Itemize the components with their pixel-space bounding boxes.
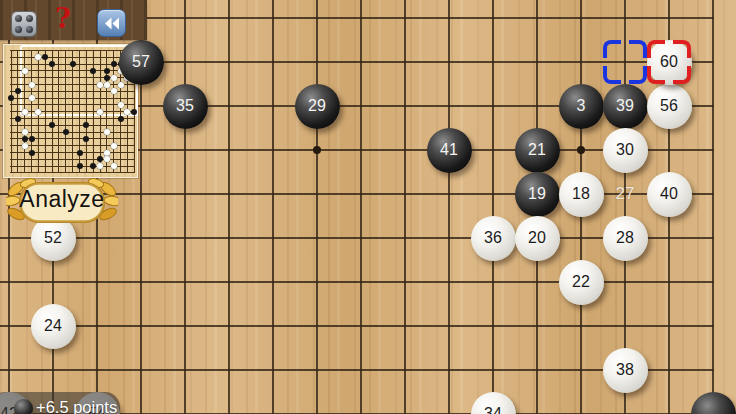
minimap-stone-white bbox=[22, 109, 28, 115]
minimap-stone-black bbox=[104, 68, 110, 74]
stone-black-unnumbered bbox=[691, 392, 736, 414]
minimap-stone-black bbox=[104, 75, 110, 81]
minimap-stone-black bbox=[63, 129, 69, 135]
app-grid-button[interactable] bbox=[11, 11, 37, 37]
minimap-grid-line bbox=[10, 125, 134, 126]
toolbar: ? bbox=[0, 0, 147, 40]
stone-black-3: 3 bbox=[559, 84, 604, 129]
minimap-stone-black bbox=[29, 136, 35, 142]
star-point bbox=[313, 146, 321, 154]
stone-black-41: 41 bbox=[427, 128, 472, 173]
analyze-label: Analyze bbox=[6, 186, 118, 213]
minimap-stone-white bbox=[29, 95, 35, 101]
minimap-stone-white bbox=[111, 163, 117, 169]
stone-black-39: 39 bbox=[603, 84, 648, 129]
grid-line-horizontal bbox=[0, 325, 714, 327]
stone-white-40: 40 bbox=[647, 172, 692, 217]
hint-bracket bbox=[603, 40, 647, 84]
minimap-stone-white bbox=[104, 156, 110, 162]
rewind-icon bbox=[102, 16, 121, 31]
analyze-button[interactable]: Analyze bbox=[6, 176, 118, 228]
minimap-stone-white bbox=[104, 150, 110, 156]
star-point bbox=[577, 146, 585, 154]
minimap-stone-black bbox=[77, 150, 83, 156]
minimap-grid-line bbox=[10, 172, 134, 173]
stone-white-30: 30 bbox=[603, 128, 648, 173]
minimap-stone-black bbox=[22, 136, 28, 142]
stone-white-36: 36 bbox=[471, 216, 516, 261]
minimap-stone-white bbox=[22, 129, 28, 135]
minimap-grid-line bbox=[113, 50, 114, 173]
score-badge: +6.5 points bbox=[0, 392, 120, 414]
minimap-stone-white bbox=[97, 82, 103, 88]
minimap-grid-line bbox=[10, 111, 134, 112]
minimap-stone-black bbox=[111, 61, 117, 67]
minimap-stone-black bbox=[70, 61, 76, 67]
last-move-bracket bbox=[647, 40, 691, 84]
stone-white-18: 18 bbox=[559, 172, 604, 217]
minimap-stone-white bbox=[97, 109, 103, 115]
minimap-stone-black bbox=[90, 163, 96, 169]
minimap-grid-line bbox=[10, 118, 134, 119]
minimap-stone-white bbox=[22, 68, 28, 74]
minimap-grid-line bbox=[10, 159, 134, 160]
rewind-button[interactable] bbox=[97, 9, 126, 37]
black-stone-icon bbox=[14, 399, 33, 414]
stone-white-24: 24 bbox=[31, 304, 76, 349]
minimap-stone-white bbox=[118, 82, 124, 88]
minimap-stone-black bbox=[83, 122, 89, 128]
score-text: +6.5 points bbox=[36, 398, 117, 414]
minimap-stone-white bbox=[104, 82, 110, 88]
minimap-board[interactable] bbox=[3, 44, 138, 178]
stone-black-29: 29 bbox=[295, 84, 340, 129]
minimap-stone-black bbox=[97, 156, 103, 162]
stone-black-35: 35 bbox=[163, 84, 208, 129]
minimap-stone-black bbox=[49, 122, 55, 128]
grid-line-horizontal bbox=[0, 281, 714, 283]
minimap-stone-black bbox=[15, 116, 21, 122]
minimap-stone-white bbox=[29, 82, 35, 88]
minimap-stone-white bbox=[104, 129, 110, 135]
minimap-stone-white bbox=[97, 163, 103, 169]
stone-black-57: 57 bbox=[119, 40, 164, 85]
minimap-stone-white bbox=[111, 75, 117, 81]
minimap-stone-black bbox=[131, 109, 137, 115]
minimap-stone-white bbox=[118, 102, 124, 108]
minimap-grid-line bbox=[86, 50, 87, 173]
stone-black-21: 21 bbox=[515, 128, 560, 173]
stone-white-38: 38 bbox=[603, 348, 648, 393]
captured-stone-number: 27 bbox=[616, 184, 635, 204]
stone-white-20: 20 bbox=[515, 216, 560, 261]
go-app-screen: 5735293395660412130191840362028522224384… bbox=[0, 0, 736, 414]
minimap-stone-black bbox=[77, 163, 83, 169]
stone-black-19: 19 bbox=[515, 172, 560, 217]
stone-white-56: 56 bbox=[647, 84, 692, 129]
minimap-stone-black bbox=[118, 116, 124, 122]
help-button[interactable]: ? bbox=[55, 3, 71, 34]
minimap-stone-black bbox=[29, 150, 35, 156]
stone-white-34: 34 bbox=[471, 392, 516, 414]
minimap-grid-line bbox=[10, 132, 134, 133]
stone-white-22: 22 bbox=[559, 260, 604, 305]
stone-white-28: 28 bbox=[603, 216, 648, 261]
minimap-stone-white bbox=[111, 143, 117, 149]
minimap-stone-black bbox=[83, 136, 89, 142]
minimap-stone-white bbox=[22, 143, 28, 149]
minimap-stone-black bbox=[8, 95, 14, 101]
